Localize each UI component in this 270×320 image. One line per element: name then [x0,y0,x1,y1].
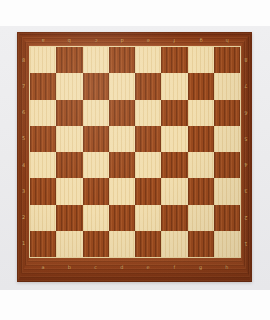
file-label-e: e [135,257,161,277]
square-e3 [135,178,161,204]
file-label-c: c [83,35,109,47]
playing-field [30,47,240,257]
rank-label-1: 1 [17,231,30,257]
square-g8 [188,47,214,73]
square-f3 [161,178,187,204]
rank-label-8: 8 [17,47,30,73]
file-labels-top: abcdefgh [30,32,240,47]
square-d1 [109,231,135,257]
square-g3 [188,178,214,204]
square-f1 [161,231,187,257]
square-h4 [214,152,240,178]
square-h6 [214,100,240,126]
square-g5 [188,126,214,152]
square-c2 [83,205,109,231]
rank-label-6: 6 [240,100,252,126]
rank-label-5: 5 [17,126,30,152]
square-f2 [161,205,187,231]
file-labels-bottom: abcdefgh [30,257,240,277]
file-label-c: c [83,257,109,277]
square-h2 [214,205,240,231]
square-g4 [188,152,214,178]
chess-board[interactable]: abcdefgh abcdefgh 87654321 87654321 [17,32,252,282]
square-c8 [83,47,109,73]
square-h7 [214,73,240,99]
square-c1 [83,231,109,257]
square-b8 [56,47,82,73]
square-d8 [109,47,135,73]
square-d3 [109,178,135,204]
file-label-b: b [56,257,82,277]
square-f6 [161,100,187,126]
square-a2 [30,205,56,231]
square-a4 [30,152,56,178]
rank-label-6: 6 [17,100,30,126]
square-e6 [135,100,161,126]
square-g2 [188,205,214,231]
rank-label-2: 2 [240,205,252,231]
square-f4 [161,152,187,178]
rank-label-5: 5 [240,126,252,152]
rank-label-3: 3 [240,178,252,204]
square-f5 [161,126,187,152]
square-e4 [135,152,161,178]
square-c3 [83,178,109,204]
file-label-d: d [109,35,135,47]
rank-labels-left: 87654321 [17,47,30,257]
square-a3 [30,178,56,204]
file-label-a: a [30,257,56,277]
square-b1 [56,231,82,257]
square-d2 [109,205,135,231]
square-h5 [214,126,240,152]
square-d7 [109,73,135,99]
board-frame-left [17,32,30,282]
file-label-f: f [161,257,187,277]
square-d5 [109,126,135,152]
square-a6 [30,100,56,126]
board-frame-right [240,32,252,282]
file-label-f: f [161,35,187,47]
square-b6 [56,100,82,126]
square-a8 [30,47,56,73]
square-a1 [30,231,56,257]
file-label-g: g [188,35,214,47]
file-label-g: g [188,257,214,277]
square-b4 [56,152,82,178]
file-label-d: d [109,257,135,277]
square-g1 [188,231,214,257]
rank-labels-right: 87654321 [240,47,252,257]
square-b7 [56,73,82,99]
square-c4 [83,152,109,178]
square-h8 [214,47,240,73]
rank-label-4: 4 [17,152,30,178]
square-h1 [214,231,240,257]
square-f7 [161,73,187,99]
square-e1 [135,231,161,257]
square-c7 [83,73,109,99]
square-d4 [109,152,135,178]
rank-label-4: 4 [240,152,252,178]
file-label-h: h [214,35,240,47]
square-g6 [188,100,214,126]
board-frame-top [17,32,252,47]
square-e2 [135,205,161,231]
square-c5 [83,126,109,152]
square-e5 [135,126,161,152]
square-e8 [135,47,161,73]
file-label-b: b [56,35,82,47]
rank-label-7: 7 [240,73,252,99]
rank-label-2: 2 [17,205,30,231]
square-b5 [56,126,82,152]
file-label-e: e [135,35,161,47]
square-e7 [135,73,161,99]
file-label-h: h [214,257,240,277]
square-b3 [56,178,82,204]
square-b2 [56,205,82,231]
file-label-a: a [30,35,56,47]
square-d6 [109,100,135,126]
square-c6 [83,100,109,126]
rank-label-8: 8 [240,47,252,73]
rank-label-7: 7 [17,73,30,99]
square-a7 [30,73,56,99]
square-f8 [161,47,187,73]
board-frame-bottom [17,257,252,282]
rank-label-3: 3 [17,178,30,204]
square-a5 [30,126,56,152]
square-h3 [214,178,240,204]
rank-label-1: 1 [240,231,252,257]
square-g7 [188,73,214,99]
